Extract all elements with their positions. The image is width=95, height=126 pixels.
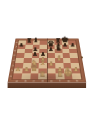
rank-label-4: 4 — [11, 58, 16, 63]
board-scene: abcdefgh 87654321 ♜♝♜♚♟♛♟♟♟♟♟♞♟♟♟♝♞♝♟♟♟♛… — [0, 0, 95, 126]
chess-set-photo: abcdefgh 87654321 ♜♝♜♚♟♛♟♟♟♟♟♞♟♟♟♝♞♝♟♟♟♛… — [0, 0, 95, 126]
board-side-edge — [8, 82, 87, 88]
rank-label-3: 3 — [10, 63, 15, 68]
rank-label-2: 2 — [9, 68, 14, 73]
board-shadow — [10, 74, 85, 83]
